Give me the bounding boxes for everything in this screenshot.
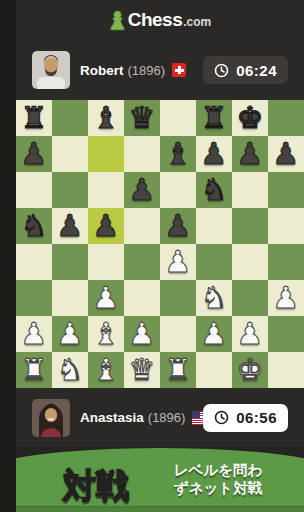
banner-subtext: レベルを問わ ずネット対戦 <box>162 461 274 497</box>
square-g3[interactable] <box>232 280 268 316</box>
square-g8[interactable]: ♚ <box>232 100 268 136</box>
square-a7[interactable]: ♟ <box>16 136 52 172</box>
square-b1[interactable]: ♞ <box>52 352 88 388</box>
black-pawn: ♟ <box>124 172 160 208</box>
player-avatar-image <box>32 399 70 437</box>
player-bar: Anastasia (1896) 06:56 <box>16 388 304 447</box>
united-states-flag-icon <box>192 411 203 425</box>
banner-subtext-line2: ずネット対戦 <box>162 479 274 497</box>
white-queen: ♛ <box>124 352 160 388</box>
opponent-clock: 06:24 <box>203 56 288 84</box>
square-f2[interactable]: ♟ <box>196 316 232 352</box>
switzerland-flag-icon <box>172 63 186 77</box>
black-pawn: ♟ <box>196 136 232 172</box>
black-pawn: ♟ <box>160 208 196 244</box>
chess-board[interactable]: ♜♝♛♜♚♟♝♟♟♟♟♞♞♟♟♟♟♟♞♟♟♟♝♟♟♟♜♞♝♛♜♚ <box>16 100 304 388</box>
square-f6[interactable]: ♞ <box>196 172 232 208</box>
square-e7[interactable]: ♝ <box>160 136 196 172</box>
square-f8[interactable]: ♜ <box>196 100 232 136</box>
square-g1[interactable]: ♚ <box>232 352 268 388</box>
player-time: 06:56 <box>236 409 277 426</box>
opponent-name: Robert <box>80 63 124 78</box>
black-knight: ♞ <box>196 172 232 208</box>
square-a8[interactable]: ♜ <box>16 100 52 136</box>
square-f1[interactable] <box>196 352 232 388</box>
opponent-info: Robert (1896) <box>80 63 186 78</box>
square-c3[interactable]: ♟ <box>88 280 124 316</box>
player-rating: (1896) <box>148 410 186 425</box>
white-pawn: ♟ <box>268 280 304 316</box>
black-bishop: ♝ <box>160 136 196 172</box>
square-a6[interactable] <box>16 172 52 208</box>
square-d5[interactable] <box>124 208 160 244</box>
black-knight: ♞ <box>16 208 52 244</box>
square-a4[interactable] <box>16 244 52 280</box>
square-a5[interactable]: ♞ <box>16 208 52 244</box>
app-screen: Chess .com Robert (1896) 06:24 <box>16 0 304 512</box>
banner-headline: 対戦 <box>46 469 146 502</box>
player-avatar <box>32 399 70 437</box>
logo-text: Chess <box>128 9 183 31</box>
square-c4[interactable] <box>88 244 124 280</box>
square-d8[interactable]: ♛ <box>124 100 160 136</box>
square-b3[interactable] <box>52 280 88 316</box>
square-g4[interactable] <box>232 244 268 280</box>
white-king: ♚ <box>232 352 268 388</box>
white-bishop: ♝ <box>88 316 124 352</box>
square-d2[interactable]: ♟ <box>124 316 160 352</box>
square-b5[interactable]: ♟ <box>52 208 88 244</box>
black-pawn: ♟ <box>88 208 124 244</box>
square-b8[interactable] <box>52 100 88 136</box>
square-h3[interactable]: ♟ <box>268 280 304 316</box>
white-pawn: ♟ <box>160 244 196 280</box>
square-e1[interactable]: ♜ <box>160 352 196 388</box>
square-c8[interactable]: ♝ <box>88 100 124 136</box>
square-d4[interactable] <box>124 244 160 280</box>
square-e4[interactable]: ♟ <box>160 244 196 280</box>
square-d3[interactable] <box>124 280 160 316</box>
square-h7[interactable]: ♟ <box>268 136 304 172</box>
pawn-logo-icon <box>109 10 126 31</box>
square-e8[interactable] <box>160 100 196 136</box>
play-banner[interactable]: 対戦 レベルを問わ ずネット対戦 <box>16 446 304 512</box>
square-b6[interactable] <box>52 172 88 208</box>
square-g5[interactable] <box>232 208 268 244</box>
square-c6[interactable] <box>88 172 124 208</box>
black-rook: ♜ <box>196 100 232 136</box>
square-a1[interactable]: ♜ <box>16 352 52 388</box>
square-h4[interactable] <box>268 244 304 280</box>
square-e3[interactable] <box>160 280 196 316</box>
square-h5[interactable] <box>268 208 304 244</box>
white-rook: ♜ <box>160 352 196 388</box>
black-pawn: ♟ <box>268 136 304 172</box>
square-g2[interactable]: ♟ <box>232 316 268 352</box>
square-h2[interactable] <box>268 316 304 352</box>
white-pawn: ♟ <box>52 316 88 352</box>
player-name: Anastasia <box>80 410 144 425</box>
player-clock: 06:56 <box>203 404 288 432</box>
square-a2[interactable]: ♟ <box>16 316 52 352</box>
square-c2[interactable]: ♝ <box>88 316 124 352</box>
banner-subtext-line1: レベルを問わ <box>162 461 274 479</box>
black-pawn: ♟ <box>52 208 88 244</box>
opponent-avatar-image <box>32 51 70 89</box>
white-rook: ♜ <box>16 352 52 388</box>
banner-bottom-strip <box>16 506 304 512</box>
square-d7[interactable] <box>124 136 160 172</box>
black-pawn: ♟ <box>232 136 268 172</box>
square-g7[interactable]: ♟ <box>232 136 268 172</box>
clock-icon <box>214 63 229 78</box>
black-queen: ♛ <box>124 100 160 136</box>
square-e2[interactable] <box>160 316 196 352</box>
square-f7[interactable]: ♟ <box>196 136 232 172</box>
square-e5[interactable]: ♟ <box>160 208 196 244</box>
white-pawn: ♟ <box>232 316 268 352</box>
white-bishop: ♝ <box>88 352 124 388</box>
chesscom-logo: Chess .com <box>109 9 212 31</box>
square-d1[interactable]: ♛ <box>124 352 160 388</box>
square-f5[interactable] <box>196 208 232 244</box>
square-h6[interactable] <box>268 172 304 208</box>
white-knight: ♞ <box>52 352 88 388</box>
square-d6[interactable]: ♟ <box>124 172 160 208</box>
square-c1[interactable]: ♝ <box>88 352 124 388</box>
square-c7[interactable] <box>88 136 124 172</box>
square-b7[interactable] <box>52 136 88 172</box>
app-header: Chess .com <box>16 0 304 40</box>
square-c5[interactable]: ♟ <box>88 208 124 244</box>
square-b4[interactable] <box>52 244 88 280</box>
player-info: Anastasia (1896) <box>80 410 203 425</box>
square-e6[interactable] <box>160 172 196 208</box>
black-pawn: ♟ <box>16 136 52 172</box>
white-knight: ♞ <box>196 280 232 316</box>
white-pawn: ♟ <box>88 280 124 316</box>
black-rook: ♜ <box>16 100 52 136</box>
square-f4[interactable] <box>196 244 232 280</box>
white-pawn: ♟ <box>196 316 232 352</box>
square-g6[interactable] <box>232 172 268 208</box>
square-f3[interactable]: ♞ <box>196 280 232 316</box>
black-bishop: ♝ <box>88 100 124 136</box>
black-king: ♚ <box>232 100 268 136</box>
square-h1[interactable] <box>268 352 304 388</box>
opponent-time: 06:24 <box>236 62 277 79</box>
white-pawn: ♟ <box>16 316 52 352</box>
square-a3[interactable] <box>16 280 52 316</box>
opponent-avatar <box>32 51 70 89</box>
opponent-rating: (1896) <box>128 63 166 78</box>
square-b2[interactable]: ♟ <box>52 316 88 352</box>
logo-tld-text: .com <box>183 15 211 29</box>
opponent-bar: Robert (1896) 06:24 <box>16 40 304 100</box>
white-pawn: ♟ <box>124 316 160 352</box>
square-h8[interactable] <box>268 100 304 136</box>
clock-icon <box>214 410 229 425</box>
